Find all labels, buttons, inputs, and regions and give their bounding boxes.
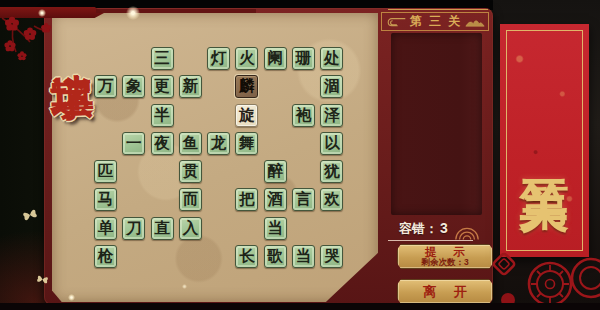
clue-display-area [391, 33, 482, 215]
grid-tile[interactable]: 犹 [320, 160, 343, 183]
grid-tile[interactable]: 处 [320, 47, 343, 70]
grid-tile[interactable]: 把 [235, 188, 258, 211]
grid-tile[interactable]: 单 [94, 217, 117, 240]
grid-tile[interactable]: 匹 [94, 160, 117, 183]
grid-tile[interactable]: 涸 [320, 75, 343, 98]
grid-tile[interactable]: 阑 [264, 47, 287, 70]
game-screen: 三灯火阑珊处万象更新麟涸半旋袍泽一夜鱼龙舞以匹贯醉犹马而把酒言欢单刀直入当枪长歌… [0, 0, 600, 310]
grid-tile[interactable]: 旋 [235, 104, 258, 127]
hint-button[interactable]: 提 示 剩余次数：3 [397, 244, 493, 269]
leave-button[interactable]: 离 开 [397, 279, 493, 304]
level-header-band: 第 三 关 [381, 12, 489, 31]
crossword-grid: 三灯火阑珊处万象更新麟涸半旋袍泽一夜鱼龙舞以匹贯醉犹马而把酒言欢单刀直入当枪长歌… [94, 47, 343, 268]
butterfly-icon [35, 273, 50, 286]
grid-tile[interactable]: 哭 [320, 245, 343, 268]
grid-tile[interactable]: 酒 [264, 188, 287, 211]
leave-button-label: 离 开 [416, 285, 474, 299]
light-spark [38, 9, 46, 17]
hint-remaining-count: 剩余次数：3 [421, 258, 468, 267]
butterfly-icon [20, 206, 40, 224]
grid-tile[interactable]: 鱼 [179, 132, 202, 155]
fault-tolerance-status: 容错： 3 [399, 220, 448, 238]
grid-tile[interactable]: 万 [94, 75, 117, 98]
grid-tile[interactable]: 夜 [151, 132, 174, 155]
grid-tile[interactable]: 三 [151, 47, 174, 70]
stats-divider [388, 240, 473, 241]
grid-tile[interactable]: 长 [235, 245, 258, 268]
grid-tile[interactable]: 袍 [292, 104, 315, 127]
grid-tile[interactable]: 当 [292, 245, 315, 268]
grid-tile[interactable]: 醉 [264, 160, 287, 183]
papercut-drum-icon [488, 250, 600, 310]
fault-tolerance-label: 容错： [399, 220, 438, 238]
arc-fan-icon [453, 226, 481, 241]
level-banner: 第三关 [500, 24, 589, 257]
grid-tile[interactable]: 马 [94, 188, 117, 211]
grid-tile[interactable]: 贯 [179, 160, 202, 183]
ribbon-decoration-thin [96, 9, 256, 13]
panel-top-gold-line [388, 9, 488, 10]
grid-tile[interactable]: 更 [151, 75, 174, 98]
background-bottom-strip [0, 303, 600, 310]
grid-tile[interactable]: 言 [292, 188, 315, 211]
grid-tile[interactable]: 龙 [207, 132, 230, 155]
grid-tile[interactable]: 半 [151, 104, 174, 127]
level-header-label: 第 三 关 [410, 13, 463, 30]
light-spark [182, 284, 187, 289]
grid-tile[interactable]: 新 [179, 75, 202, 98]
grid-tile[interactable]: 刀 [122, 217, 145, 240]
grid-tile[interactable]: 欢 [320, 188, 343, 211]
grid-tile[interactable]: 麟 [235, 75, 258, 98]
grid-tile[interactable]: 歌 [264, 245, 287, 268]
grid-tile[interactable]: 灯 [207, 47, 230, 70]
grid-tile[interactable]: 直 [151, 217, 174, 240]
grid-tile[interactable]: 象 [122, 75, 145, 98]
grid-tile[interactable]: 珊 [292, 47, 315, 70]
cloud-swirl-icon [385, 16, 407, 28]
mountain-icon [465, 16, 485, 28]
grid-tile[interactable]: 舞 [235, 132, 258, 155]
plum-blossom-icon [0, 12, 66, 62]
grid-tile[interactable]: 枪 [94, 245, 117, 268]
banner-level-text: 第三关 [500, 24, 589, 257]
grid-tile[interactable]: 泽 [320, 104, 343, 127]
grid-tile[interactable]: 入 [179, 217, 202, 240]
light-spark [126, 6, 140, 20]
grid-tile[interactable]: 火 [235, 47, 258, 70]
light-spark [68, 294, 75, 301]
grid-tile[interactable]: 以 [320, 132, 343, 155]
grid-tile[interactable]: 当 [264, 217, 287, 240]
grid-tile[interactable]: 一 [122, 132, 145, 155]
fault-tolerance-value: 3 [440, 220, 448, 236]
grid-tile[interactable]: 而 [179, 188, 202, 211]
